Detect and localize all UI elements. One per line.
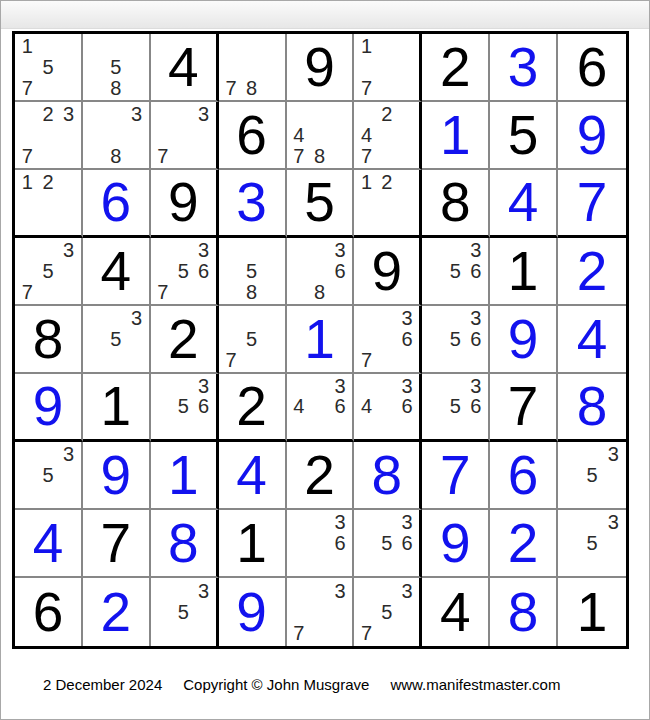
candidate-3: 3 — [397, 580, 417, 601]
cell-r8c9[interactable]: 35 — [558, 510, 626, 578]
candidate-3: 3 — [603, 512, 624, 533]
pencilmarks: 36 — [289, 512, 351, 574]
cell-r9c5[interactable]: 37 — [287, 578, 355, 646]
cell-r4c7[interactable]: 356 — [422, 238, 490, 306]
cell-r8c7[interactable]: 9 — [422, 510, 490, 578]
solved-digit: 1 — [304, 312, 335, 367]
cell-r5c3[interactable]: 2 — [151, 306, 219, 374]
cell-r1c2[interactable]: 58 — [83, 34, 151, 102]
solved-digit: 9 — [577, 108, 608, 163]
solved-digit: 2 — [577, 244, 608, 299]
cell-r7c1[interactable]: 35 — [15, 442, 83, 510]
pencilmarks: 12 — [17, 172, 79, 233]
candidate-6: 6 — [466, 396, 487, 416]
pencilmarks: 157 — [17, 36, 79, 98]
candidate-8: 8 — [106, 145, 127, 166]
pencilmarks: 356 — [424, 376, 486, 437]
candidate-6: 6 — [397, 396, 417, 416]
candidate-5: 5 — [173, 601, 193, 622]
candidate-5: 5 — [241, 261, 262, 282]
solved-digit: 1 — [168, 448, 199, 503]
solved-digit: 9 — [440, 516, 471, 571]
candidate-5: 5 — [377, 601, 397, 622]
cell-r7c6[interactable]: 8 — [354, 442, 422, 510]
cell-r4c9[interactable]: 2 — [558, 238, 626, 306]
cell-r2c4[interactable]: 6 — [219, 102, 287, 170]
solved-digit: 6 — [101, 175, 132, 230]
candidate-2: 2 — [38, 172, 59, 192]
candidate-3: 3 — [397, 308, 417, 329]
candidate-8: 8 — [106, 77, 127, 98]
candidate-6: 6 — [397, 533, 417, 554]
footer-website: www.manifestmaster.com — [390, 676, 560, 693]
cell-r9c4[interactable]: 9 — [219, 578, 287, 646]
given-digit: 6 — [33, 585, 64, 640]
solved-digit: 8 — [508, 585, 539, 640]
candidate-5: 5 — [38, 465, 59, 486]
cell-r6c4[interactable]: 2 — [219, 374, 287, 442]
solved-digit: 9 — [236, 585, 267, 640]
candidate-5: 5 — [445, 261, 466, 282]
candidate-3: 3 — [58, 444, 79, 465]
given-digit: 5 — [304, 175, 335, 230]
candidate-7: 7 — [356, 623, 376, 644]
candidate-2: 2 — [38, 104, 59, 125]
footer-date: 2 December 2024 — [43, 676, 162, 693]
given-digit: 5 — [508, 108, 539, 163]
candidate-7: 7 — [356, 145, 376, 166]
candidate-3: 3 — [58, 240, 79, 261]
given-digit: 6 — [577, 40, 608, 95]
cell-r1c4[interactable]: 78 — [219, 34, 287, 102]
given-digit: 8 — [440, 175, 471, 230]
cell-r6c2[interactable]: 1 — [83, 374, 151, 442]
candidate-4: 4 — [289, 125, 310, 146]
solved-digit: 9 — [508, 312, 539, 367]
candidate-5: 5 — [377, 533, 397, 554]
cell-r4c6[interactable]: 9 — [354, 238, 422, 306]
candidate-3: 3 — [466, 308, 487, 329]
given-digit: 1 — [577, 585, 608, 640]
candidate-5: 5 — [38, 261, 59, 282]
cell-r9c6[interactable]: 357 — [354, 578, 422, 646]
cell-r1c9[interactable]: 6 — [558, 34, 626, 102]
solved-digit: 8 — [577, 379, 608, 434]
candidate-3: 3 — [330, 240, 351, 261]
pencilmarks: 35 — [560, 512, 624, 574]
cell-r1c6[interactable]: 17 — [354, 34, 422, 102]
cell-r7c2[interactable]: 9 — [83, 442, 151, 510]
solved-digit: 2 — [101, 585, 132, 640]
cell-r4c2[interactable]: 4 — [83, 238, 151, 306]
cell-r1c8[interactable]: 3 — [490, 34, 558, 102]
pencilmarks: 78 — [221, 36, 283, 98]
candidate-7: 7 — [17, 77, 38, 98]
candidate-8: 8 — [309, 145, 330, 166]
candidate-3: 3 — [193, 376, 213, 396]
cell-r9c7[interactable]: 4 — [422, 578, 490, 646]
cell-r6c1[interactable]: 9 — [15, 374, 83, 442]
pencilmarks: 3567 — [153, 240, 214, 302]
candidate-1: 1 — [356, 36, 376, 57]
cell-r3c4[interactable]: 3 — [219, 170, 287, 238]
sudoku-board: 1575847891723623738376478247159126935128… — [12, 31, 629, 649]
cell-r7c5[interactable]: 2 — [287, 442, 355, 510]
cell-r6c8[interactable]: 7 — [490, 374, 558, 442]
candidate-6: 6 — [193, 396, 213, 416]
cell-r6c5[interactable]: 346 — [287, 374, 355, 442]
sudoku-page: 1575847891723623738376478247159126935128… — [0, 0, 650, 720]
candidate-7: 7 — [153, 145, 173, 166]
cell-r3c6[interactable]: 12 — [354, 170, 422, 238]
solved-digit: 3 — [508, 40, 539, 95]
candidate-6: 6 — [330, 396, 351, 416]
cell-r3c5[interactable]: 5 — [287, 170, 355, 238]
cell-r9c9[interactable]: 1 — [558, 578, 626, 646]
footer-copyright: Copyright © John Musgrave — [183, 676, 369, 693]
candidate-6: 6 — [193, 261, 213, 282]
pencilmarks: 356 — [356, 512, 417, 574]
candidate-2: 2 — [377, 104, 397, 125]
cell-r8c2[interactable]: 7 — [83, 510, 151, 578]
cell-r3c8[interactable]: 4 — [490, 170, 558, 238]
candidate-3: 3 — [330, 376, 351, 396]
given-digit: 2 — [236, 379, 267, 434]
solved-digit: 4 — [236, 448, 267, 503]
given-digit: 1 — [508, 244, 539, 299]
cell-r2c2[interactable]: 38 — [83, 102, 151, 170]
cell-r2c9[interactable]: 9 — [558, 102, 626, 170]
cell-r5c4[interactable]: 57 — [219, 306, 287, 374]
solved-digit: 7 — [577, 175, 608, 230]
candidate-7: 7 — [356, 349, 376, 370]
cell-r2c1[interactable]: 237 — [15, 102, 83, 170]
candidate-1: 1 — [17, 172, 38, 192]
pencilmarks: 35 — [560, 444, 624, 506]
cell-r2c8[interactable]: 5 — [490, 102, 558, 170]
cell-r5c1[interactable]: 8 — [15, 306, 83, 374]
cell-r5c2[interactable]: 35 — [83, 306, 151, 374]
cell-r3c3[interactable]: 9 — [151, 170, 219, 238]
candidate-6: 6 — [466, 329, 487, 350]
pencilmarks: 38 — [85, 104, 147, 166]
candidate-5: 5 — [106, 57, 127, 78]
cell-r3c2[interactable]: 6 — [83, 170, 151, 238]
candidate-4: 4 — [289, 396, 310, 416]
candidate-5: 5 — [445, 329, 466, 350]
solved-digit: 9 — [33, 379, 64, 434]
cell-r4c8[interactable]: 1 — [490, 238, 558, 306]
pencilmarks: 57 — [221, 308, 283, 370]
given-digit: 1 — [236, 516, 267, 571]
cell-r9c2[interactable]: 2 — [83, 578, 151, 646]
candidate-5: 5 — [106, 329, 127, 350]
given-digit: 7 — [508, 379, 539, 434]
cell-r8c4[interactable]: 1 — [219, 510, 287, 578]
given-digit: 2 — [304, 448, 335, 503]
candidate-7: 7 — [356, 77, 376, 98]
candidate-5: 5 — [173, 261, 193, 282]
cell-r7c3[interactable]: 1 — [151, 442, 219, 510]
given-digit: 7 — [101, 516, 132, 571]
pencilmarks: 356 — [424, 240, 486, 302]
candidate-7: 7 — [221, 349, 242, 370]
solved-digit: 3 — [236, 175, 267, 230]
candidate-7: 7 — [153, 281, 173, 302]
pencilmarks: 356 — [153, 376, 214, 437]
pencilmarks: 35 — [85, 308, 147, 370]
cell-r9c8[interactable]: 8 — [490, 578, 558, 646]
cell-r5c6[interactable]: 367 — [354, 306, 422, 374]
cell-r8c3[interactable]: 8 — [151, 510, 219, 578]
cell-r7c4[interactable]: 4 — [219, 442, 287, 510]
candidate-3: 3 — [126, 104, 147, 125]
cell-r5c8[interactable]: 9 — [490, 306, 558, 374]
cell-r8c8[interactable]: 2 — [490, 510, 558, 578]
pencilmarks: 37 — [289, 580, 351, 644]
given-digit: 1 — [101, 379, 132, 434]
candidate-5: 5 — [173, 396, 193, 416]
candidate-7: 7 — [17, 145, 38, 166]
cell-r8c1[interactable]: 4 — [15, 510, 83, 578]
solved-digit: 4 — [33, 516, 64, 571]
given-digit: 4 — [101, 244, 132, 299]
given-digit: 4 — [168, 40, 199, 95]
candidate-7: 7 — [17, 281, 38, 302]
cell-r5c9[interactable]: 4 — [558, 306, 626, 374]
candidate-3: 3 — [126, 308, 147, 329]
pencilmarks: 237 — [17, 104, 79, 166]
cell-r4c5[interactable]: 368 — [287, 238, 355, 306]
cell-r4c3[interactable]: 3567 — [151, 238, 219, 306]
pencilmarks: 37 — [153, 104, 214, 166]
pencilmarks: 12 — [356, 172, 417, 233]
candidate-4: 4 — [356, 396, 376, 416]
cell-r9c3[interactable]: 35 — [151, 578, 219, 646]
solved-digit: 4 — [508, 175, 539, 230]
pencilmarks: 478 — [289, 104, 351, 166]
cell-r8c6[interactable]: 356 — [354, 510, 422, 578]
pencilmarks: 58 — [221, 240, 283, 302]
candidate-3: 3 — [193, 580, 213, 601]
given-digit: 2 — [168, 312, 199, 367]
cell-r3c9[interactable]: 7 — [558, 170, 626, 238]
footer: 2 December 2024 Copyright © John Musgrav… — [43, 669, 560, 699]
candidate-1: 1 — [356, 172, 376, 192]
cell-r2c7[interactable]: 1 — [422, 102, 490, 170]
cell-r3c1[interactable]: 12 — [15, 170, 83, 238]
cell-r1c1[interactable]: 157 — [15, 34, 83, 102]
candidate-8: 8 — [309, 281, 330, 302]
pencilmarks: 17 — [356, 36, 417, 98]
given-digit: 6 — [236, 108, 267, 163]
cell-r4c4[interactable]: 58 — [219, 238, 287, 306]
candidate-4: 4 — [356, 125, 376, 146]
candidate-3: 3 — [193, 104, 213, 125]
pencilmarks: 35 — [17, 444, 79, 506]
solved-digit: 2 — [508, 516, 539, 571]
pencilmarks: 367 — [356, 308, 417, 370]
candidate-5: 5 — [241, 329, 262, 350]
pencilmarks: 357 — [356, 580, 417, 644]
solved-digit: 1 — [440, 108, 471, 163]
cell-r6c6[interactable]: 346 — [354, 374, 422, 442]
solved-digit: 4 — [577, 312, 608, 367]
solved-digit: 8 — [372, 448, 403, 503]
pencilmarks: 368 — [289, 240, 351, 302]
cell-r2c6[interactable]: 247 — [354, 102, 422, 170]
solved-digit: 7 — [440, 448, 471, 503]
cell-r1c5[interactable]: 9 — [287, 34, 355, 102]
cell-r6c3[interactable]: 356 — [151, 374, 219, 442]
cell-r7c7[interactable]: 7 — [422, 442, 490, 510]
given-digit: 8 — [33, 312, 64, 367]
cell-r5c5[interactable]: 1 — [287, 306, 355, 374]
candidate-6: 6 — [397, 329, 417, 350]
candidate-5: 5 — [581, 465, 602, 486]
candidate-7: 7 — [289, 145, 310, 166]
cell-r2c3[interactable]: 37 — [151, 102, 219, 170]
window-top-bar — [1, 1, 649, 29]
candidate-3: 3 — [330, 580, 351, 601]
pencilmarks: 356 — [424, 308, 486, 370]
candidate-8: 8 — [241, 77, 262, 98]
candidate-3: 3 — [397, 512, 417, 533]
given-digit: 4 — [440, 585, 471, 640]
cell-r1c7[interactable]: 2 — [422, 34, 490, 102]
candidate-2: 2 — [377, 172, 397, 192]
pencilmarks: 357 — [17, 240, 79, 302]
candidate-6: 6 — [330, 533, 351, 554]
pencilmarks: 346 — [289, 376, 351, 437]
candidate-5: 5 — [38, 57, 59, 78]
candidate-6: 6 — [330, 261, 351, 282]
cell-r9c1[interactable]: 6 — [15, 578, 83, 646]
candidate-3: 3 — [397, 376, 417, 396]
cell-r6c9[interactable]: 8 — [558, 374, 626, 442]
cell-r5c7[interactable]: 356 — [422, 306, 490, 374]
candidate-3: 3 — [193, 240, 213, 261]
cell-r4c1[interactable]: 357 — [15, 238, 83, 306]
pencilmarks: 35 — [153, 580, 214, 644]
given-digit: 9 — [304, 40, 335, 95]
candidate-1: 1 — [17, 36, 38, 57]
candidate-7: 7 — [289, 623, 310, 644]
candidate-6: 6 — [466, 261, 487, 282]
candidate-7: 7 — [221, 77, 242, 98]
candidate-3: 3 — [466, 376, 487, 396]
cell-r2c5[interactable]: 478 — [287, 102, 355, 170]
pencilmarks: 346 — [356, 376, 417, 437]
solved-digit: 6 — [508, 448, 539, 503]
cell-r7c8[interactable]: 6 — [490, 442, 558, 510]
pencilmarks: 247 — [356, 104, 417, 166]
pencilmarks: 58 — [85, 36, 147, 98]
cell-r3c7[interactable]: 8 — [422, 170, 490, 238]
solved-digit: 9 — [101, 448, 132, 503]
solved-digit: 8 — [168, 516, 199, 571]
given-digit: 2 — [440, 40, 471, 95]
cell-r6c7[interactable]: 356 — [422, 374, 490, 442]
candidate-3: 3 — [58, 104, 79, 125]
candidate-3: 3 — [466, 240, 487, 261]
candidate-8: 8 — [241, 281, 262, 302]
candidate-5: 5 — [445, 396, 466, 416]
given-digit: 9 — [372, 244, 403, 299]
candidate-3: 3 — [330, 512, 351, 533]
candidate-5: 5 — [581, 533, 602, 554]
given-digit: 9 — [168, 175, 199, 230]
cell-r1c3[interactable]: 4 — [151, 34, 219, 102]
cell-r8c5[interactable]: 36 — [287, 510, 355, 578]
cell-r7c9[interactable]: 35 — [558, 442, 626, 510]
candidate-3: 3 — [603, 444, 624, 465]
